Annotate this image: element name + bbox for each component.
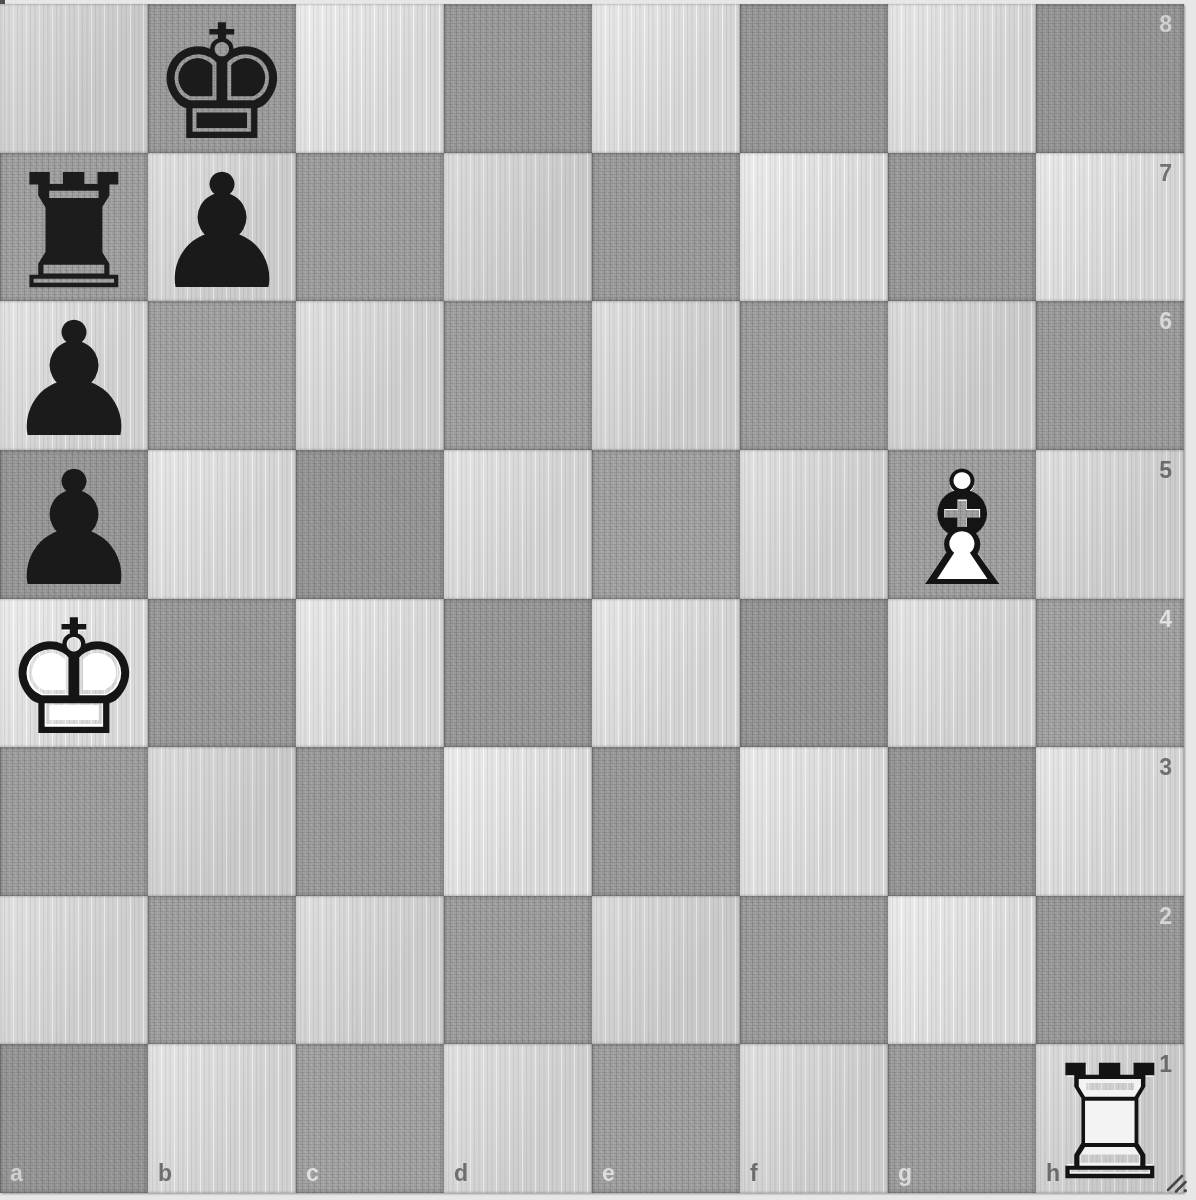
square-a1[interactable]: a: [0, 1044, 148, 1193]
square-b4[interactable]: [148, 599, 296, 748]
square-e7[interactable]: [592, 153, 740, 302]
square-g2[interactable]: [888, 896, 1036, 1045]
square-h4[interactable]: 4: [1036, 599, 1184, 748]
file-label-h: h: [1046, 1160, 1060, 1187]
chess-board: ♚8♜♟7♟6♟♝♗5♚♔432abcdefg1h♜♖: [0, 4, 1184, 1193]
square-h5[interactable]: 5: [1036, 450, 1184, 599]
square-c8[interactable]: [296, 4, 444, 153]
black-pawn[interactable]: ♟: [0, 301, 148, 450]
file-label-b: b: [158, 1160, 172, 1187]
square-g3[interactable]: [888, 747, 1036, 896]
square-g7[interactable]: [888, 153, 1036, 302]
square-h6[interactable]: 6: [1036, 301, 1184, 450]
resize-grip-icon[interactable]: [1161, 1167, 1188, 1194]
file-label-e: e: [602, 1160, 615, 1187]
square-a4[interactable]: ♚♔: [0, 599, 148, 748]
square-b6[interactable]: [148, 301, 296, 450]
square-e6[interactable]: [592, 301, 740, 450]
white-king[interactable]: ♚♔: [0, 599, 148, 748]
square-a6[interactable]: ♟: [0, 301, 148, 450]
square-d8[interactable]: [444, 4, 592, 153]
rank-label-6: 6: [1159, 308, 1172, 335]
square-a2[interactable]: [0, 896, 148, 1045]
square-c6[interactable]: [296, 301, 444, 450]
square-h3[interactable]: 3: [1036, 747, 1184, 896]
square-c7[interactable]: [296, 153, 444, 302]
square-g1[interactable]: g: [888, 1044, 1036, 1193]
square-a5[interactable]: ♟: [0, 450, 148, 599]
square-g6[interactable]: [888, 301, 1036, 450]
rank-label-5: 5: [1159, 457, 1172, 484]
square-d6[interactable]: [444, 301, 592, 450]
square-d4[interactable]: [444, 599, 592, 748]
square-a7[interactable]: ♜: [0, 153, 148, 302]
square-b2[interactable]: [148, 896, 296, 1045]
square-c2[interactable]: [296, 896, 444, 1045]
rank-label-3: 3: [1159, 754, 1172, 781]
square-h7[interactable]: 7: [1036, 153, 1184, 302]
file-label-d: d: [454, 1160, 468, 1187]
square-h2[interactable]: 2: [1036, 896, 1184, 1045]
square-d1[interactable]: d: [444, 1044, 592, 1193]
file-label-a: a: [10, 1160, 23, 1187]
square-c1[interactable]: c: [296, 1044, 444, 1193]
square-b3[interactable]: [148, 747, 296, 896]
square-d3[interactable]: [444, 747, 592, 896]
square-e8[interactable]: [592, 4, 740, 153]
square-e5[interactable]: [592, 450, 740, 599]
black-rook[interactable]: ♜: [0, 153, 148, 302]
chess-board-page: ♚8♜♟7♟6♟♝♗5♚♔432abcdefg1h♜♖: [0, 0, 1196, 1200]
square-d2[interactable]: [444, 896, 592, 1045]
square-a3[interactable]: [0, 747, 148, 896]
square-e4[interactable]: [592, 599, 740, 748]
square-c5[interactable]: [296, 450, 444, 599]
square-a8[interactable]: [0, 4, 148, 153]
black-pawn[interactable]: ♟: [0, 450, 148, 599]
square-g5[interactable]: ♝♗: [888, 450, 1036, 599]
square-e1[interactable]: e: [592, 1044, 740, 1193]
square-g4[interactable]: [888, 599, 1036, 748]
square-f1[interactable]: f: [740, 1044, 888, 1193]
square-e2[interactable]: [592, 896, 740, 1045]
square-f4[interactable]: [740, 599, 888, 748]
black-pawn[interactable]: ♟: [148, 153, 296, 302]
rank-label-2: 2: [1159, 903, 1172, 930]
square-g8[interactable]: [888, 4, 1036, 153]
rank-label-4: 4: [1159, 606, 1172, 633]
square-f8[interactable]: [740, 4, 888, 153]
file-label-g: g: [898, 1160, 912, 1187]
rank-label-8: 8: [1159, 11, 1172, 38]
white-bishop[interactable]: ♝♗: [888, 450, 1036, 599]
black-king[interactable]: ♚: [148, 4, 296, 153]
square-e3[interactable]: [592, 747, 740, 896]
rank-label-7: 7: [1159, 160, 1172, 187]
rank-label-1: 1: [1159, 1051, 1172, 1078]
square-d7[interactable]: [444, 153, 592, 302]
file-label-c: c: [306, 1160, 319, 1187]
square-d5[interactable]: [444, 450, 592, 599]
file-label-f: f: [750, 1160, 758, 1187]
square-b5[interactable]: [148, 450, 296, 599]
square-b7[interactable]: ♟: [148, 153, 296, 302]
square-f3[interactable]: [740, 747, 888, 896]
square-b8[interactable]: ♚: [148, 4, 296, 153]
square-b1[interactable]: b: [148, 1044, 296, 1193]
square-f2[interactable]: [740, 896, 888, 1045]
square-f6[interactable]: [740, 301, 888, 450]
square-c4[interactable]: [296, 599, 444, 748]
square-f5[interactable]: [740, 450, 888, 599]
square-h8[interactable]: 8: [1036, 4, 1184, 153]
square-f7[interactable]: [740, 153, 888, 302]
square-c3[interactable]: [296, 747, 444, 896]
